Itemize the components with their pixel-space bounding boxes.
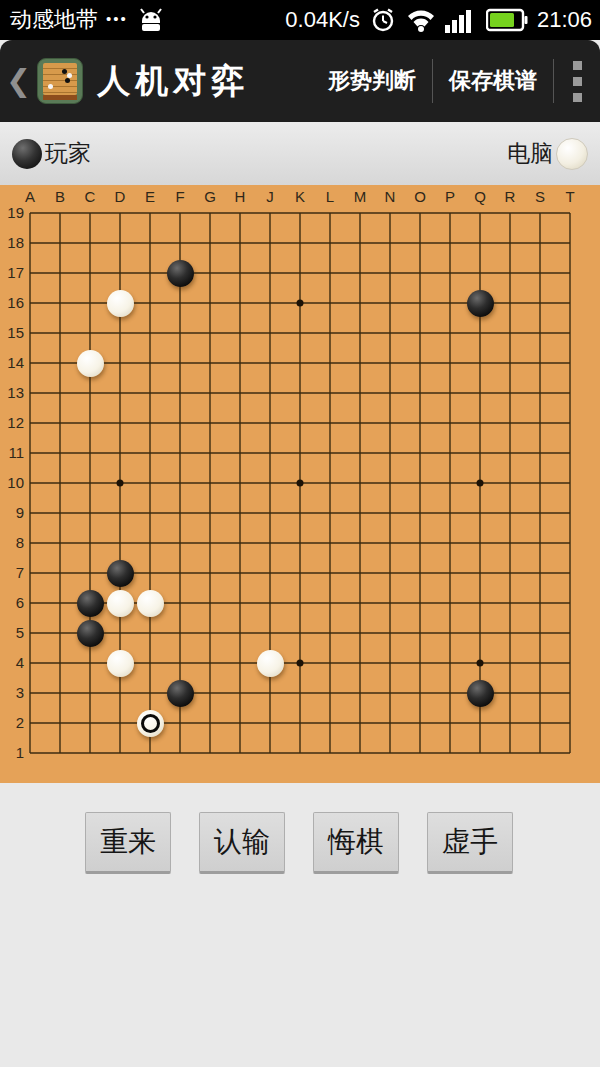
page-title: 人机对弈 [97,59,312,104]
white-player-label: 电脑 [507,138,553,169]
battery-icon [486,8,528,32]
clock-label: 21:06 [537,7,592,33]
stone-black-C6[interactable] [77,590,104,617]
restart-button[interactable]: 重来 [85,812,171,874]
carrier-label: 动感地带 [10,5,98,35]
stone-white-D6[interactable] [107,590,134,617]
net-speed-label: 0.04K/s [285,7,360,33]
stone-white-C14[interactable] [77,350,104,377]
carrier-dots: ••• [106,10,128,27]
status-bar: 动感地带 ••• 0.04K/s [0,0,600,40]
wifi-icon [406,7,436,33]
alarm-clock-icon [369,6,397,34]
player-row: 玩家 电脑 [0,122,600,185]
app-logo-icon [37,58,83,104]
menu-item-situation-judge[interactable]: 形势判断 [312,66,432,96]
board-grid [0,185,600,783]
back-icon[interactable]: ❮ [0,40,35,122]
black-stone-icon [12,139,42,169]
stone-white-J4[interactable] [257,650,284,677]
android-robot-icon [136,7,166,33]
last-move-marker [141,714,160,733]
signal-bars-icon [445,7,477,33]
stone-black-Q16[interactable] [467,290,494,317]
stone-white-D16[interactable] [107,290,134,317]
go-board[interactable]: ABCDEFGHJKLMNOPQRST191817161514131211109… [0,185,600,783]
undo-button[interactable]: 悔棋 [313,812,399,874]
stone-white-E6[interactable] [137,590,164,617]
stone-black-F3[interactable] [167,680,194,707]
app-bar: ❮ 人机对弈 形势判断 保存棋谱 [0,40,600,122]
app-screen: 动感地带 ••• 0.04K/s [0,0,600,1067]
stone-black-F17[interactable] [167,260,194,287]
black-player-label: 玩家 [45,138,91,169]
menu-item-save-kifu[interactable]: 保存棋谱 [433,66,553,96]
pass-button[interactable]: 虚手 [427,812,513,874]
stone-black-D7[interactable] [107,560,134,587]
overflow-menu-icon[interactable] [554,40,600,122]
stone-black-C5[interactable] [77,620,104,647]
stone-black-Q3[interactable] [467,680,494,707]
resign-button[interactable]: 认输 [199,812,285,874]
bottom-panel: 重来 认输 悔棋 虚手 [0,783,600,1067]
stone-white-D4[interactable] [107,650,134,677]
white-stone-icon [556,138,588,170]
